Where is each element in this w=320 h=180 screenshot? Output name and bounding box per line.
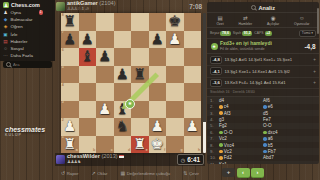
toolbar-label: Rapor: [67, 171, 79, 176]
accuracy-chips: Beyaz78,6Siyah91,2CAPS+2Tümü ▾: [207, 28, 319, 39]
timer-icon: ◷: [181, 157, 185, 163]
square-g7[interactable]: ♟: [166, 31, 184, 49]
sidebar-item-label: Bulmacalar: [11, 17, 33, 22]
değerlendirme çubuğu-icon: ▦: [121, 170, 126, 176]
filter-dropdown[interactable]: Tümü ▾: [299, 30, 316, 37]
rank-label: 4: [62, 84, 64, 88]
square-f3[interactable]: [149, 101, 167, 119]
panel-tabs: ▤Özet⇄Hamleler◉Açılışlar☺Oyuncular: [207, 13, 319, 28]
toolbar-label: Çevir: [189, 171, 199, 176]
white-move[interactable]: d4: [219, 98, 263, 103]
square-b2[interactable]: [79, 118, 97, 136]
chip-value: 91,2: [242, 31, 252, 36]
square-g8[interactable]: ♚: [166, 13, 184, 31]
black-move[interactable]: Abd7: [263, 155, 307, 160]
square-b6[interactable]: ♝: [79, 48, 97, 66]
chesscom-logo[interactable]: ♟ Chess.com: [0, 0, 55, 9]
square-f1[interactable]: f♚: [149, 136, 167, 154]
move-text: …: [263, 162, 268, 164]
move-text: d4: [219, 98, 224, 103]
square-h7[interactable]: [184, 31, 202, 49]
panel-scrollbar[interactable]: [317, 8, 319, 34]
material-advantage: +9: [85, 7, 88, 11]
square-b4[interactable]: [79, 83, 97, 101]
white-move[interactable]: Vc2: [219, 149, 263, 154]
file-label: c: [111, 149, 113, 153]
square-c3[interactable]: ♟: [96, 101, 114, 119]
black-move[interactable]: dxc4: [263, 130, 307, 135]
square-d5[interactable]: ♟: [114, 66, 132, 84]
black-move[interactable]: d5: [263, 111, 307, 116]
line-eval: -4,8: [210, 56, 222, 64]
move-row: 4.g3Fe7: [207, 116, 319, 122]
panel-header: Analiz: [207, 2, 319, 13]
white-move[interactable]: Fd2: [219, 155, 263, 160]
square-e7[interactable]: [131, 31, 149, 49]
analysis-panel: Analiz ▤Özet⇄Hamleler◉Açılışlar☺Oyuncula…: [207, 2, 319, 164]
black-move[interactable]: b5: [263, 143, 307, 148]
piece-black-knight[interactable]: ♞: [114, 118, 132, 136]
square-b5[interactable]: [79, 66, 97, 84]
move-classification-icon: [219, 156, 223, 160]
top-player-bar: antikGamer (2104) ♙♙♙♘♗ +9 7:08: [55, 0, 205, 13]
file-label: b: [93, 149, 95, 153]
tab-label: Açılışlar: [267, 22, 279, 26]
expand-line-button[interactable]: +: [313, 80, 316, 85]
tab-label: Özet: [216, 22, 223, 26]
piece-white-king[interactable]: ♚: [149, 136, 167, 154]
move-text: Fg2: [219, 123, 227, 128]
move-classification-icon: [263, 137, 267, 141]
piece-black-rook[interactable]: ♜: [131, 66, 149, 84]
move-text: Vc2: [224, 149, 232, 154]
black-move[interactable]: Fe7: [263, 117, 307, 122]
square-h3[interactable]: [184, 101, 202, 119]
notification-badge: 1: [39, 10, 44, 15]
square-f2[interactable]: ♟: [149, 118, 167, 136]
move-classification-icon: [263, 131, 267, 135]
move-text: Fe7: [263, 117, 271, 122]
player-rating: (2104): [99, 0, 115, 6]
tab-açılışlar[interactable]: ◉Açılışlar: [267, 15, 279, 26]
sidebar-item-label: Oyna: [11, 10, 22, 15]
sidebar-item-daha fazla[interactable]: ⋯Daha Fazla: [0, 52, 55, 59]
evaluation-bar: [203, 13, 207, 153]
square-c2[interactable]: [96, 118, 114, 136]
chip-value: +2: [265, 31, 272, 36]
toolbar-button-çevir[interactable]: ⇅Çevir: [183, 170, 199, 176]
best-move-star-badge: ★: [125, 99, 135, 109]
sidebar-item-bulmacalar[interactable]: ◆Bulmacalar: [0, 16, 55, 23]
sidebar-nav: ♟Oyna1◆Bulmacalar◈Öğren▣İzle▤Haberler☺So…: [0, 9, 55, 59]
white-move[interactable]: Vxc4: [219, 143, 263, 148]
search-input[interactable]: Ara: [3, 61, 52, 68]
square-e6[interactable]: [131, 48, 149, 66]
toolbar-label: Oklar: [97, 171, 107, 176]
tab-label: Hamleler: [239, 22, 253, 26]
sidebar-item-öğren[interactable]: ◈Öğren: [0, 23, 55, 30]
move-classification-icon: [219, 131, 223, 135]
hamleler-tab-icon: ⇄: [243, 15, 248, 21]
watermark-title: chessmates: [5, 126, 45, 133]
chip-label: Beyaz: [210, 31, 219, 35]
rank-label: 6: [62, 49, 64, 53]
analysis-search-icon: [251, 5, 256, 10]
move-text: c4: [224, 104, 229, 109]
piece-black-pawn[interactable]: ♟: [79, 31, 97, 49]
top-clock: 7:08: [189, 3, 204, 10]
move-classification-icon: [263, 105, 267, 109]
move-text: Fb7: [268, 149, 276, 154]
piece-white-pawn[interactable]: ♟: [184, 118, 202, 136]
rank-label: 3: [62, 101, 64, 105]
move-number: 11.: [210, 162, 219, 164]
move-number: 4.: [210, 117, 219, 122]
square-f8[interactable]: [149, 13, 167, 31]
square-b3[interactable]: [79, 101, 97, 119]
tab-hamleler[interactable]: ⇄Hamleler: [239, 15, 253, 26]
çevir-icon: ⇅: [183, 170, 187, 176]
black-move[interactable]: Fb7: [263, 149, 307, 154]
sidebar-item-sosyal[interactable]: ☺Sosyal: [0, 45, 55, 52]
toolbar-button-oklar[interactable]: ↗Oklar: [91, 170, 107, 176]
square-c6[interactable]: ♟: [96, 48, 114, 66]
sidebar-item-label: Haberler: [11, 39, 28, 44]
piece-black-pawn[interactable]: ♟: [149, 31, 167, 49]
square-a7[interactable]: 7♟: [61, 31, 79, 49]
watch-icon: ▣: [3, 32, 8, 37]
move-number: 6.: [210, 130, 219, 135]
line-eval: -4,1: [210, 67, 222, 75]
move-number: 5.: [210, 123, 219, 128]
toolbar-button-değerlendirme-çubuğu[interactable]: ▦Değerlendirme çubuğu: [121, 170, 171, 176]
move-row: 2.c4e6: [207, 104, 319, 110]
move-classification-icon: [263, 143, 267, 147]
move-row: 7.Vc2a6: [207, 136, 319, 142]
square-h5[interactable]: [184, 66, 202, 84]
player-rating: (2013): [101, 153, 117, 159]
move-row: 11.Kc1…: [207, 161, 319, 164]
square-a3[interactable]: 3: [61, 101, 79, 119]
avatar[interactable]: [56, 2, 65, 11]
expand-line-button[interactable]: +: [313, 69, 316, 74]
square-c5[interactable]: [96, 66, 114, 84]
bottom-player-bar: chessWilder (2013) ♟♟♟♞ ◷ 6:41: [55, 153, 205, 166]
move-number: 8.: [210, 143, 219, 148]
move-number: 7.: [210, 136, 219, 141]
piece-black-pawn[interactable]: ♟: [96, 48, 114, 66]
square-c4[interactable]: [96, 83, 114, 101]
square-a6[interactable]: 6: [61, 48, 79, 66]
square-c8[interactable]: [96, 13, 114, 31]
chess-board[interactable]: 8♜♚7♟♟♟♟6♝♟5♟♜43♟♝2♟♞♟♟1a♜bcde♜f♚gh: [61, 13, 201, 153]
move-number: 10.: [210, 155, 219, 160]
move-classification-icon: [219, 105, 223, 109]
toolbar-button-rapor[interactable]: ↺Rapor: [61, 170, 78, 176]
black-move[interactable]: O-O: [263, 123, 307, 128]
piece-white-pawn[interactable]: ♟: [96, 101, 114, 119]
move-row: 5.Fg2O-O: [207, 123, 319, 129]
move-text: Af3: [224, 111, 231, 116]
square-e5[interactable]: ♜: [131, 66, 149, 84]
square-h8[interactable]: [184, 13, 202, 31]
square-d4[interactable]: [114, 83, 132, 101]
square-c7[interactable]: [96, 31, 114, 49]
move-text: g3: [219, 117, 224, 122]
move-classification-icon: [219, 111, 223, 115]
white-move[interactable]: Fg2: [219, 123, 263, 128]
square-d2[interactable]: ♞: [114, 118, 132, 136]
add-button[interactable]: +: [222, 168, 235, 177]
toolbar-label: Değerlendirme çubuğu: [127, 171, 170, 176]
move-text: O-O: [224, 130, 233, 135]
tab-özet[interactable]: ▤Özet: [216, 15, 223, 26]
move-row: 8.Vxc4b5: [207, 142, 319, 148]
square-b8[interactable]: [79, 13, 97, 31]
oyuncular-tab-icon: ☺: [299, 15, 305, 21]
stat-chip-siyah: Siyah91,2: [233, 31, 253, 36]
square-g1[interactable]: g: [166, 136, 184, 154]
sidebar-item-haberler[interactable]: ▤Haberler: [0, 38, 55, 45]
white-move[interactable]: Kc1: [219, 162, 263, 164]
square-d1[interactable]: d: [114, 136, 132, 154]
learn-icon: ◈: [3, 24, 8, 29]
analysis-toolbar: ↺Rapor↗Oklar▦Değerlendirme çubuğu⇅Çevir: [55, 166, 205, 180]
panel-title: Analiz: [259, 5, 275, 11]
square-e4[interactable]: [131, 83, 149, 101]
özet-tab-icon: ▤: [217, 15, 222, 21]
move-text: Kc1: [219, 162, 227, 164]
square-d7[interactable]: [114, 31, 132, 49]
banner-subtitle: Fil ile aldın, üstünlük sende: [220, 47, 272, 51]
evaluation-score: -4,8: [304, 43, 315, 50]
move-row: 10.Fd2Abd7: [207, 155, 319, 161]
oklar-icon: ↗: [91, 170, 95, 176]
move-text: a6: [268, 136, 273, 141]
square-a8[interactable]: 8♜: [61, 13, 79, 31]
expand-line-button[interactable]: +: [313, 57, 316, 62]
square-e1[interactable]: e♜: [131, 136, 149, 154]
move-classification-icon: [219, 143, 223, 147]
black-move[interactable]: a6: [263, 136, 307, 141]
sidebar-item-label: İzle: [11, 32, 18, 37]
move-number: 1.: [210, 98, 219, 103]
search-placeholder: Ara: [13, 62, 20, 67]
square-d6[interactable]: [114, 48, 132, 66]
move-number: 2.: [210, 104, 219, 109]
captured-pieces: ♙♙♙♘♗ +9: [67, 7, 116, 12]
move-list: 1.d4Af62.c4e63.Af3d54.g3Fe75.Fg2O-O6.O-O…: [207, 97, 319, 164]
file-label: h: [198, 149, 200, 153]
star-icon: ★: [211, 43, 218, 50]
white-move[interactable]: c4: [219, 104, 263, 109]
line-eval: -3,6: [210, 79, 222, 87]
square-h6[interactable]: [184, 48, 202, 66]
watermark-subtitle: KULÜP: [5, 133, 45, 137]
stream-watermark: chessmates KULÜP: [5, 126, 45, 137]
black-move[interactable]: e6: [263, 104, 307, 109]
black-move[interactable]: …: [263, 162, 307, 164]
piece-white-pawn[interactable]: ♟: [149, 118, 167, 136]
move-row: 3.Af3d5: [207, 110, 319, 116]
move-number: 3.: [210, 111, 219, 116]
sidebar-item-label: Sosyal: [11, 46, 24, 51]
açılışlar-tab-icon: ◉: [271, 15, 276, 21]
piece-black-king[interactable]: ♚: [166, 13, 184, 31]
piece-black-rook[interactable]: ♜: [61, 13, 79, 31]
sidebar-item-label: Öğren: [11, 24, 23, 29]
chip-label: Siyah: [233, 31, 241, 35]
square-a5[interactable]: 5: [61, 66, 79, 84]
piece-white-pawn[interactable]: ♟: [166, 31, 184, 49]
white-move[interactable]: Vc2: [219, 136, 263, 141]
square-b7[interactable]: ♟: [79, 31, 97, 49]
move-classification-icon: [219, 150, 223, 154]
move-text: e6: [268, 104, 273, 109]
piece-black-pawn[interactable]: ♟: [61, 31, 79, 49]
square-d8[interactable]: [114, 13, 132, 31]
square-f5[interactable]: [149, 66, 167, 84]
chip-value: 78,6: [220, 31, 230, 36]
next-move-button[interactable]: ›: [251, 168, 264, 177]
piece-white-rook[interactable]: ♜: [61, 136, 79, 154]
square-b1[interactable]: b: [79, 136, 97, 154]
square-g2[interactable]: [166, 118, 184, 136]
move-text: dxc4: [268, 130, 278, 135]
square-f6[interactable]: [149, 48, 167, 66]
move-text: Fd2: [224, 155, 232, 160]
file-label: g: [181, 149, 183, 153]
move-number: 9.: [210, 149, 219, 154]
square-f4[interactable]: [149, 83, 167, 101]
best-move-banner: ★ Fxd3+ en iyi hamleydi Fil ile aldın, ü…: [207, 39, 319, 53]
pawn-icon: ♟: [3, 10, 8, 15]
tab-label: Oyuncular: [294, 22, 309, 26]
square-g5[interactable]: [166, 66, 184, 84]
bottom-clock: ◷ 6:41: [177, 154, 204, 165]
square-g6[interactable]: [166, 48, 184, 66]
engine-line-1[interactable]: -4,813.Şg1 Axf1 14.Şxf1 Kxe1+ 15.Şxe1+: [207, 54, 319, 66]
square-c1[interactable]: c: [96, 136, 114, 154]
white-move[interactable]: O-O: [219, 130, 263, 135]
move-row: 1.d4Af6: [207, 97, 319, 103]
piece-white-rook[interactable]: ♜: [131, 136, 149, 154]
engine-lines: -4,813.Şg1 Axf1 14.Şxf1 Kxe1+ 15.Şxe1+-4…: [207, 53, 319, 89]
square-f7[interactable]: ♟: [149, 31, 167, 49]
sidebar-item-oyna[interactable]: ♟Oyna1: [0, 9, 55, 16]
stat-chip-beyaz: Beyaz78,6: [210, 31, 231, 36]
move-text: Vxc4: [224, 143, 234, 148]
white-move[interactable]: Af3: [219, 111, 263, 116]
engine-status: Stockfish 16 · Derinlik 18/40: [207, 89, 319, 97]
move-row: 9.Vc2Fb7: [207, 148, 319, 154]
move-classification-icon: [263, 150, 267, 154]
white-move[interactable]: g3: [219, 117, 263, 122]
pawn-logo-icon: ♟: [3, 2, 9, 8]
piece-black-bishop[interactable]: ♝: [79, 48, 97, 66]
puzzle-icon: ◆: [3, 17, 8, 22]
move-text: d5: [263, 111, 268, 116]
move-nav-buttons: +‹›: [222, 168, 264, 177]
rank-label: 5: [62, 66, 64, 70]
sidebar: ♟ Chess.com ♟Oyna1◆Bulmacalar◈Öğren▣İzle…: [0, 0, 55, 61]
square-e8[interactable]: [131, 13, 149, 31]
square-g3[interactable]: [166, 101, 184, 119]
piece-black-pawn[interactable]: ♟: [114, 66, 132, 84]
square-h1[interactable]: h: [184, 136, 202, 154]
square-g4[interactable]: [166, 83, 184, 101]
square-h4[interactable]: [184, 83, 202, 101]
line-moves: 13.Şg1 Axf1 14.Şxf1 Kxe1+ 15.Şxe1: [224, 57, 311, 62]
more-icon: ⋯: [3, 53, 8, 58]
piece-white-pawn[interactable]: ♟: [61, 118, 79, 136]
social-icon: ☺: [3, 46, 8, 51]
captured-pieces: ♟♟♟♞: [67, 160, 124, 164]
country-flag-icon: [119, 155, 124, 158]
engine-line-2[interactable]: -4,113.Şg1 Kxe1+ 14.Kxe1 Axf1 15.Şf2+: [207, 66, 319, 78]
move-text: b5: [268, 143, 273, 148]
sidebar-item-i̇zle[interactable]: ▣İzle: [0, 31, 55, 38]
square-e2[interactable]: [131, 118, 149, 136]
avatar[interactable]: [56, 155, 65, 164]
square-h2[interactable]: ♟: [184, 118, 202, 136]
engine-line-3[interactable]: -3,613.Ke3 Fc4+ 14.Şg1 Ae4 15.Kd1+: [207, 78, 319, 90]
square-a1[interactable]: 1a♜: [61, 136, 79, 154]
move-text: Af6: [263, 98, 270, 103]
logo-text: Chess.com: [11, 2, 40, 8]
chip-label: CAPS: [254, 31, 263, 35]
square-a4[interactable]: 4: [61, 83, 79, 101]
move-text: Vc2: [219, 136, 227, 141]
prev-move-button[interactable]: ‹: [237, 168, 250, 177]
file-label: d: [128, 149, 130, 153]
tab-oyuncular[interactable]: ☺Oyuncular: [294, 15, 309, 26]
rapor-icon: ↺: [61, 170, 65, 176]
black-move[interactable]: Af6: [263, 98, 307, 103]
move-text: O-O: [263, 123, 272, 128]
search-icon: [6, 62, 11, 67]
sidebar-item-label: Daha Fazla: [11, 53, 33, 58]
line-moves: 13.Şg1 Kxe1+ 14.Kxe1 Axf1 15.Şf2: [224, 69, 311, 74]
news-icon: ▤: [3, 39, 8, 44]
move-text: Abd7: [263, 155, 274, 160]
move-row: 6.O-Odxc4: [207, 129, 319, 135]
stat-chip-caps: CAPS+2: [254, 31, 272, 36]
square-a2[interactable]: 2♟: [61, 118, 79, 136]
line-moves: 13.Ke3 Fc4+ 14.Şg1 Ae4 15.Kd1: [224, 80, 311, 85]
